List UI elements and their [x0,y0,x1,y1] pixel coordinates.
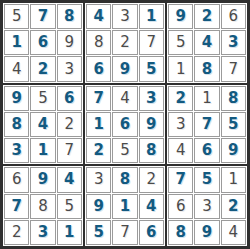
cell-r8c1[interactable]: 7 [4,194,29,219]
cell-r3c5[interactable]: 9 [112,56,137,81]
cell-r4c9[interactable]: 8 [221,86,246,111]
cell-r5c8[interactable]: 7 [194,112,219,137]
cell-r9c8[interactable]: 9 [194,220,219,245]
cell-r2c2[interactable]: 6 [30,30,55,55]
cell-r2c6[interactable]: 7 [139,30,164,55]
cell-r2c1[interactable]: 1 [4,30,29,55]
cell-r1c8[interactable]: 2 [194,4,219,29]
cell-r5c1[interactable]: 8 [4,112,29,137]
cell-r8c4[interactable]: 9 [86,194,111,219]
cell-r2c9[interactable]: 3 [221,30,246,55]
cell-r7c1[interactable]: 6 [4,167,29,192]
cell-r1c1[interactable]: 5 [4,4,29,29]
cell-r7c7[interactable]: 7 [168,167,193,192]
cell-r2c8[interactable]: 4 [194,30,219,55]
cell-r4c1[interactable]: 9 [4,86,29,111]
cell-r2c5[interactable]: 2 [112,30,137,55]
cell-r9c7[interactable]: 8 [168,220,193,245]
cell-r9c2[interactable]: 3 [30,220,55,245]
cell-r3c2[interactable]: 2 [30,56,55,81]
cell-r9c9[interactable]: 4 [221,220,246,245]
cell-r7c8[interactable]: 5 [194,167,219,192]
cell-r8c3[interactable]: 5 [57,194,82,219]
cell-r1c6[interactable]: 1 [139,4,164,29]
box-5: 743169258 [84,84,166,166]
cell-r1c4[interactable]: 4 [86,4,111,29]
cell-r3c4[interactable]: 6 [86,56,111,81]
cell-r7c5[interactable]: 8 [112,167,137,192]
cell-r7c2[interactable]: 9 [30,167,55,192]
box-2: 431827695 [84,2,166,84]
cell-r4c6[interactable]: 3 [139,86,164,111]
cell-r3c6[interactable]: 5 [139,56,164,81]
cell-r7c6[interactable]: 2 [139,167,164,192]
cell-r8c2[interactable]: 8 [30,194,55,219]
box-9: 751632894 [166,165,248,247]
cell-r4c3[interactable]: 6 [57,86,82,111]
cell-r6c4[interactable]: 2 [86,138,111,163]
cell-r2c7[interactable]: 5 [168,30,193,55]
cell-r1c2[interactable]: 7 [30,4,55,29]
sudoku-board: 5781694234318276959265431879568423177431… [0,0,250,249]
cell-r5c6[interactable]: 9 [139,112,164,137]
cell-r6c8[interactable]: 6 [194,138,219,163]
cell-r4c5[interactable]: 4 [112,86,137,111]
cell-r5c7[interactable]: 3 [168,112,193,137]
cell-r8c8[interactable]: 3 [194,194,219,219]
cell-r4c7[interactable]: 2 [168,86,193,111]
cell-r1c5[interactable]: 3 [112,4,137,29]
box-4: 956842317 [2,84,84,166]
cell-r3c1[interactable]: 4 [4,56,29,81]
cell-r3c9[interactable]: 7 [221,56,246,81]
cell-r5c3[interactable]: 2 [57,112,82,137]
cell-r9c3[interactable]: 1 [57,220,82,245]
cell-r1c9[interactable]: 6 [221,4,246,29]
cell-r6c5[interactable]: 5 [112,138,137,163]
cell-r7c4[interactable]: 3 [86,167,111,192]
cell-r4c2[interactable]: 5 [30,86,55,111]
cell-r9c5[interactable]: 7 [112,220,137,245]
cell-r8c9[interactable]: 2 [221,194,246,219]
cell-r5c2[interactable]: 4 [30,112,55,137]
cell-r3c3[interactable]: 3 [57,56,82,81]
box-7: 694785231 [2,165,84,247]
cell-r1c7[interactable]: 9 [168,4,193,29]
cell-r9c1[interactable]: 2 [4,220,29,245]
cell-r9c4[interactable]: 5 [86,220,111,245]
cell-r2c4[interactable]: 8 [86,30,111,55]
cell-r3c7[interactable]: 1 [168,56,193,81]
cell-r1c3[interactable]: 8 [57,4,82,29]
cell-r8c7[interactable]: 6 [168,194,193,219]
box-1: 578169423 [2,2,84,84]
box-6: 218375469 [166,84,248,166]
cell-r7c3[interactable]: 4 [57,167,82,192]
cell-r8c6[interactable]: 4 [139,194,164,219]
cell-r4c8[interactable]: 1 [194,86,219,111]
cell-r5c9[interactable]: 5 [221,112,246,137]
cell-r5c4[interactable]: 1 [86,112,111,137]
cell-r9c6[interactable]: 6 [139,220,164,245]
cell-r6c9[interactable]: 9 [221,138,246,163]
cell-r3c8[interactable]: 8 [194,56,219,81]
cell-r2c3[interactable]: 9 [57,30,82,55]
box-8: 382914576 [84,165,166,247]
cell-r7c9[interactable]: 1 [221,167,246,192]
box-3: 926543187 [166,2,248,84]
cell-r6c7[interactable]: 4 [168,138,193,163]
cell-r8c5[interactable]: 1 [112,194,137,219]
cell-r5c5[interactable]: 6 [112,112,137,137]
cell-r6c1[interactable]: 3 [4,138,29,163]
cell-r6c6[interactable]: 8 [139,138,164,163]
cell-r6c3[interactable]: 7 [57,138,82,163]
cell-r6c2[interactable]: 1 [30,138,55,163]
cell-r4c4[interactable]: 7 [86,86,111,111]
